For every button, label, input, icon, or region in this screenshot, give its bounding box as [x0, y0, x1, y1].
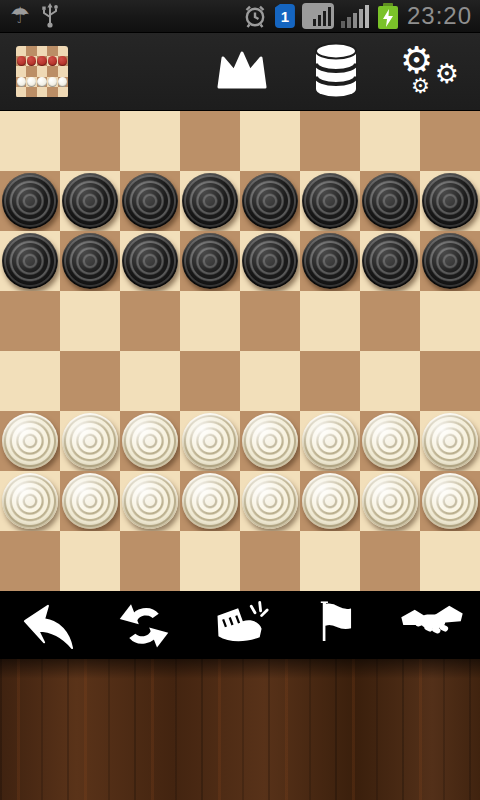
restart-button[interactable]: [96, 591, 192, 659]
white-man-a2[interactable]: [2, 473, 58, 529]
app-icon-cell: [58, 56, 68, 66]
square-f5[interactable]: [300, 291, 360, 351]
app-icon-cell: [26, 56, 36, 66]
black-man-h6[interactable]: [422, 233, 478, 289]
square-g3[interactable]: [360, 411, 420, 471]
status-right: 1 23:20: [242, 2, 476, 30]
battery-charging-icon: [378, 3, 398, 29]
app-icon-cell: [58, 46, 68, 56]
square-b7[interactable]: [60, 171, 120, 231]
white-man-g2[interactable]: [362, 473, 418, 529]
square-h3[interactable]: [420, 411, 480, 471]
square-f7[interactable]: [300, 171, 360, 231]
square-b3[interactable]: [60, 411, 120, 471]
clock-text: 23:20: [405, 2, 472, 30]
white-man-b3[interactable]: [62, 413, 118, 469]
app-icon-cell: [47, 66, 57, 76]
status-bar: ☂: [0, 0, 480, 33]
action-bar: ⚙ ⚙ ⚙: [0, 33, 480, 111]
usb-icon: [40, 3, 60, 29]
square-f6[interactable]: [300, 231, 360, 291]
app-icon-cell: [26, 87, 36, 97]
black-man-f6[interactable]: [302, 233, 358, 289]
square-d5[interactable]: [180, 291, 240, 351]
app-icon-cell: [58, 87, 68, 97]
white-man-h2[interactable]: [422, 473, 478, 529]
app-icon-white-piece: [58, 77, 67, 86]
app-icon-cell: [47, 56, 57, 66]
white-man-c3[interactable]: [122, 413, 178, 469]
app-icon-cell: [47, 87, 57, 97]
sim-badge: 1: [275, 4, 295, 28]
square-c1[interactable]: [120, 531, 180, 591]
white-man-d3[interactable]: [182, 413, 238, 469]
umbrella-icon: ☂: [10, 5, 30, 27]
square-e5[interactable]: [240, 291, 300, 351]
refresh-icon: [118, 598, 170, 652]
app-icon-cell: [16, 66, 26, 76]
white-man-a3[interactable]: [2, 413, 58, 469]
square-h6[interactable]: [420, 231, 480, 291]
square-h2[interactable]: [420, 471, 480, 531]
square-f8[interactable]: [300, 111, 360, 171]
white-man-g3[interactable]: [362, 413, 418, 469]
square-a1[interactable]: [0, 531, 60, 591]
square-c4[interactable]: [120, 351, 180, 411]
square-g5[interactable]: [360, 291, 420, 351]
wood-background: [0, 659, 480, 800]
app-icon-red-piece: [37, 56, 46, 65]
app-icon-cell: [37, 87, 47, 97]
crown-icon: [216, 49, 268, 95]
white-man-c2[interactable]: [122, 473, 178, 529]
black-man-g6[interactable]: [362, 233, 418, 289]
square-h4[interactable]: [420, 351, 480, 411]
square-h8[interactable]: [420, 111, 480, 171]
square-e6[interactable]: [240, 231, 300, 291]
undo-button[interactable]: [0, 591, 96, 659]
black-man-f7[interactable]: [302, 173, 358, 229]
square-g6[interactable]: [360, 231, 420, 291]
square-d1[interactable]: [180, 531, 240, 591]
square-g7[interactable]: [360, 171, 420, 231]
square-a7[interactable]: [0, 171, 60, 231]
database-button[interactable]: [304, 40, 368, 104]
square-c5[interactable]: [120, 291, 180, 351]
square-g4[interactable]: [360, 351, 420, 411]
square-b4[interactable]: [60, 351, 120, 411]
app-icon-cell: [26, 77, 36, 87]
square-b2[interactable]: [60, 471, 120, 531]
app-icon-red-piece: [48, 56, 57, 65]
app-icon-white-piece: [37, 77, 46, 86]
flag-icon: ⚑: [312, 596, 360, 650]
square-e4[interactable]: [240, 351, 300, 411]
app-icon: [16, 46, 68, 98]
settings-button[interactable]: ⚙ ⚙ ⚙: [398, 40, 462, 104]
alarm-icon: [242, 3, 268, 29]
square-d4[interactable]: [180, 351, 240, 411]
square-d6[interactable]: [180, 231, 240, 291]
draw-button[interactable]: [384, 591, 480, 659]
square-e3[interactable]: [240, 411, 300, 471]
square-g2[interactable]: [360, 471, 420, 531]
database-icon: [313, 42, 359, 102]
square-e1[interactable]: [240, 531, 300, 591]
square-e8[interactable]: [240, 111, 300, 171]
white-man-d2[interactable]: [182, 473, 238, 529]
square-f4[interactable]: [300, 351, 360, 411]
app-icon-cell: [26, 66, 36, 76]
white-man-f2[interactable]: [302, 473, 358, 529]
square-b1[interactable]: [60, 531, 120, 591]
square-h5[interactable]: [420, 291, 480, 351]
white-man-b2[interactable]: [62, 473, 118, 529]
square-e7[interactable]: [240, 171, 300, 231]
black-man-b6[interactable]: [62, 233, 118, 289]
white-man-h3[interactable]: [422, 413, 478, 469]
square-a5[interactable]: [0, 291, 60, 351]
square-d7[interactable]: [180, 171, 240, 231]
square-d2[interactable]: [180, 471, 240, 531]
black-man-c7[interactable]: [122, 173, 178, 229]
square-a6[interactable]: [0, 231, 60, 291]
square-g1[interactable]: [360, 531, 420, 591]
square-f3[interactable]: [300, 411, 360, 471]
crown-button[interactable]: [210, 40, 274, 104]
square-b5[interactable]: [60, 291, 120, 351]
square-a2[interactable]: [0, 471, 60, 531]
app-icon-cell: [37, 56, 47, 66]
app-icon-cell: [16, 56, 26, 66]
app-icon-cell: [37, 77, 47, 87]
square-a4[interactable]: [0, 351, 60, 411]
square-h7[interactable]: [420, 171, 480, 231]
app-icon-red-piece: [58, 56, 67, 65]
white-man-e2[interactable]: [242, 473, 298, 529]
square-b8[interactable]: [60, 111, 120, 171]
white-man-f3[interactable]: [302, 413, 358, 469]
signal-tile-icon: [302, 3, 334, 29]
black-man-d6[interactable]: [182, 233, 238, 289]
gears-icon: ⚙ ⚙ ⚙: [402, 44, 458, 100]
square-d3[interactable]: [180, 411, 240, 471]
app-icon-cell: [58, 66, 68, 76]
kick-boot-icon: [210, 598, 270, 652]
app-icon-cell: [16, 46, 26, 56]
square-c8[interactable]: [120, 111, 180, 171]
signal-bars-icon: [341, 4, 369, 28]
app-icon-cell: [47, 46, 57, 56]
square-c6[interactable]: [120, 231, 180, 291]
black-man-d7[interactable]: [182, 173, 238, 229]
app-icon-cell: [37, 46, 47, 56]
checkers-board: [0, 111, 480, 591]
app-icon-white-piece: [48, 77, 57, 86]
square-c3[interactable]: [120, 411, 180, 471]
app-icon-cell: [47, 77, 57, 87]
app-icon-cell: [26, 46, 36, 56]
app-icon-red-piece: [17, 56, 26, 65]
app-icon-cell: [16, 87, 26, 97]
black-man-e6[interactable]: [242, 233, 298, 289]
square-f2[interactable]: [300, 471, 360, 531]
white-man-e3[interactable]: [242, 413, 298, 469]
status-left: ☂: [4, 3, 60, 29]
game-toolbar: ⚑: [0, 591, 480, 659]
black-man-b7[interactable]: [62, 173, 118, 229]
kick-button[interactable]: [192, 591, 288, 659]
black-man-g7[interactable]: [362, 173, 418, 229]
app-icon-white-piece: [27, 77, 36, 86]
square-c7[interactable]: [120, 171, 180, 231]
black-man-a7[interactable]: [2, 173, 58, 229]
app-icon-white-piece: [17, 77, 26, 86]
app-icon-cell: [37, 66, 47, 76]
square-e2[interactable]: [240, 471, 300, 531]
square-b6[interactable]: [60, 231, 120, 291]
square-d8[interactable]: [180, 111, 240, 171]
square-h1[interactable]: [420, 531, 480, 591]
resign-button[interactable]: ⚑: [288, 591, 384, 659]
handshake-icon: [401, 602, 463, 648]
square-a8[interactable]: [0, 111, 60, 171]
square-a3[interactable]: [0, 411, 60, 471]
black-man-h7[interactable]: [422, 173, 478, 229]
black-man-c6[interactable]: [122, 233, 178, 289]
app-icon-cell: [58, 77, 68, 87]
square-g8[interactable]: [360, 111, 420, 171]
square-f1[interactable]: [300, 531, 360, 591]
app-icon-cell: [16, 77, 26, 87]
phone-screen: ☂: [0, 0, 480, 800]
app-icon-red-piece: [27, 56, 36, 65]
square-c2[interactable]: [120, 471, 180, 531]
undo-arrow-icon: [19, 598, 77, 652]
black-man-a6[interactable]: [2, 233, 58, 289]
action-bar-buttons: ⚙ ⚙ ⚙: [210, 40, 472, 104]
black-man-e7[interactable]: [242, 173, 298, 229]
